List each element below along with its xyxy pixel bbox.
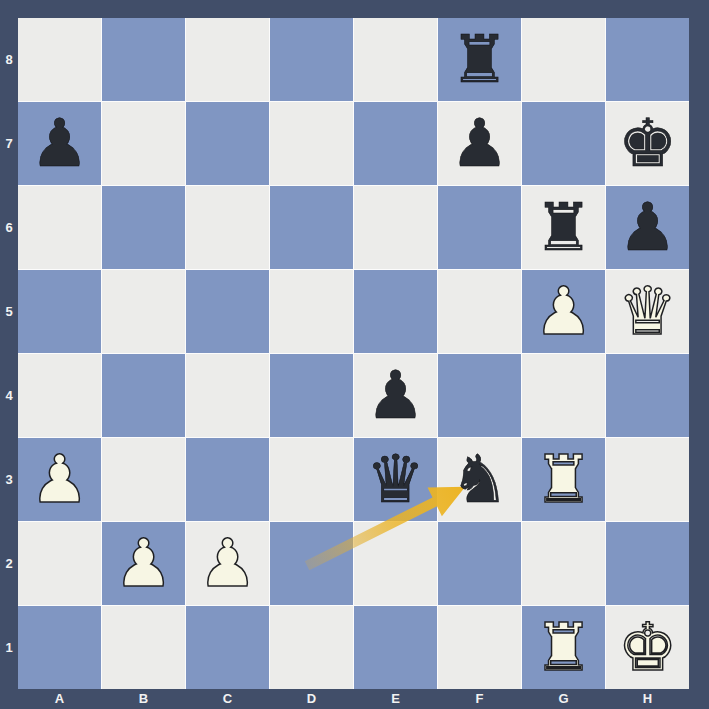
square-h1[interactable]: ♚ bbox=[606, 606, 689, 689]
chess-board-frame: ♜♟♟♚♜♟♟♛♟♟♛♞♜♟♟♜♚ 87654321ABCDEFGH bbox=[0, 0, 709, 709]
file-label-f: F bbox=[438, 688, 521, 709]
square-a3[interactable]: ♟ bbox=[18, 438, 101, 521]
piece-black-pawn-a7[interactable]: ♟ bbox=[30, 111, 89, 177]
rank-label-6: 6 bbox=[0, 186, 18, 269]
square-c7[interactable] bbox=[186, 102, 269, 185]
piece-black-pawn-h6[interactable]: ♟ bbox=[618, 195, 677, 261]
square-d2[interactable] bbox=[270, 522, 353, 605]
square-b2[interactable]: ♟ bbox=[102, 522, 185, 605]
file-label-b: B bbox=[102, 688, 185, 709]
piece-white-rook-g1[interactable]: ♜ bbox=[534, 615, 593, 681]
square-e2[interactable] bbox=[354, 522, 437, 605]
square-e5[interactable] bbox=[354, 270, 437, 353]
square-a8[interactable] bbox=[18, 18, 101, 101]
square-d3[interactable] bbox=[270, 438, 353, 521]
square-b6[interactable] bbox=[102, 186, 185, 269]
square-b3[interactable] bbox=[102, 438, 185, 521]
square-e7[interactable] bbox=[354, 102, 437, 185]
chess-board: ♜♟♟♚♜♟♟♛♟♟♛♞♜♟♟♜♚ bbox=[18, 18, 689, 689]
square-f4[interactable] bbox=[438, 354, 521, 437]
square-b1[interactable] bbox=[102, 606, 185, 689]
square-b8[interactable] bbox=[102, 18, 185, 101]
square-c8[interactable] bbox=[186, 18, 269, 101]
square-a1[interactable] bbox=[18, 606, 101, 689]
file-label-d: D bbox=[270, 688, 353, 709]
piece-black-rook-f8[interactable]: ♜ bbox=[450, 27, 509, 93]
piece-black-king-h7[interactable]: ♚ bbox=[618, 111, 677, 177]
square-e4[interactable]: ♟ bbox=[354, 354, 437, 437]
square-a2[interactable] bbox=[18, 522, 101, 605]
square-c4[interactable] bbox=[186, 354, 269, 437]
square-e1[interactable] bbox=[354, 606, 437, 689]
square-h4[interactable] bbox=[606, 354, 689, 437]
square-g6[interactable]: ♜ bbox=[522, 186, 605, 269]
piece-white-queen-h5[interactable]: ♛ bbox=[618, 279, 677, 345]
square-h8[interactable] bbox=[606, 18, 689, 101]
file-label-a: A bbox=[18, 688, 101, 709]
square-g4[interactable] bbox=[522, 354, 605, 437]
rank-label-7: 7 bbox=[0, 102, 18, 185]
file-label-g: G bbox=[522, 688, 605, 709]
square-d8[interactable] bbox=[270, 18, 353, 101]
square-f2[interactable] bbox=[438, 522, 521, 605]
square-f3[interactable]: ♞ bbox=[438, 438, 521, 521]
piece-white-king-h1[interactable]: ♚ bbox=[618, 615, 677, 681]
rank-label-5: 5 bbox=[0, 270, 18, 353]
rank-label-8: 8 bbox=[0, 18, 18, 101]
square-f8[interactable]: ♜ bbox=[438, 18, 521, 101]
square-c6[interactable] bbox=[186, 186, 269, 269]
square-f7[interactable]: ♟ bbox=[438, 102, 521, 185]
square-h2[interactable] bbox=[606, 522, 689, 605]
piece-white-pawn-b2[interactable]: ♟ bbox=[114, 531, 173, 597]
square-c3[interactable] bbox=[186, 438, 269, 521]
square-g1[interactable]: ♜ bbox=[522, 606, 605, 689]
square-g5[interactable]: ♟ bbox=[522, 270, 605, 353]
square-g2[interactable] bbox=[522, 522, 605, 605]
square-c2[interactable]: ♟ bbox=[186, 522, 269, 605]
square-c5[interactable] bbox=[186, 270, 269, 353]
rank-label-1: 1 bbox=[0, 606, 18, 689]
square-c1[interactable] bbox=[186, 606, 269, 689]
piece-black-queen-e3[interactable]: ♛ bbox=[366, 447, 425, 513]
square-a5[interactable] bbox=[18, 270, 101, 353]
square-h6[interactable]: ♟ bbox=[606, 186, 689, 269]
square-e6[interactable] bbox=[354, 186, 437, 269]
square-a6[interactable] bbox=[18, 186, 101, 269]
square-g3[interactable]: ♜ bbox=[522, 438, 605, 521]
square-f6[interactable] bbox=[438, 186, 521, 269]
piece-black-pawn-e4[interactable]: ♟ bbox=[366, 363, 425, 429]
piece-white-rook-g3[interactable]: ♜ bbox=[534, 447, 593, 513]
square-f1[interactable] bbox=[438, 606, 521, 689]
square-a7[interactable]: ♟ bbox=[18, 102, 101, 185]
square-h5[interactable]: ♛ bbox=[606, 270, 689, 353]
square-h7[interactable]: ♚ bbox=[606, 102, 689, 185]
rank-label-3: 3 bbox=[0, 438, 18, 521]
file-label-e: E bbox=[354, 688, 437, 709]
square-g8[interactable] bbox=[522, 18, 605, 101]
piece-black-knight-f3[interactable]: ♞ bbox=[450, 447, 509, 513]
square-f5[interactable] bbox=[438, 270, 521, 353]
square-d7[interactable] bbox=[270, 102, 353, 185]
square-a4[interactable] bbox=[18, 354, 101, 437]
square-d1[interactable] bbox=[270, 606, 353, 689]
piece-black-rook-g6[interactable]: ♜ bbox=[534, 195, 593, 261]
square-h3[interactable] bbox=[606, 438, 689, 521]
square-d4[interactable] bbox=[270, 354, 353, 437]
square-b7[interactable] bbox=[102, 102, 185, 185]
square-e3[interactable]: ♛ bbox=[354, 438, 437, 521]
square-g7[interactable] bbox=[522, 102, 605, 185]
file-label-h: H bbox=[606, 688, 689, 709]
square-d6[interactable] bbox=[270, 186, 353, 269]
piece-black-pawn-f7[interactable]: ♟ bbox=[450, 111, 509, 177]
piece-white-pawn-g5[interactable]: ♟ bbox=[534, 279, 593, 345]
square-b4[interactable] bbox=[102, 354, 185, 437]
square-b5[interactable] bbox=[102, 270, 185, 353]
piece-white-pawn-a3[interactable]: ♟ bbox=[30, 447, 89, 513]
file-label-c: C bbox=[186, 688, 269, 709]
square-e8[interactable] bbox=[354, 18, 437, 101]
rank-label-4: 4 bbox=[0, 354, 18, 437]
square-d5[interactable] bbox=[270, 270, 353, 353]
rank-label-2: 2 bbox=[0, 522, 18, 605]
piece-white-pawn-c2[interactable]: ♟ bbox=[198, 531, 257, 597]
